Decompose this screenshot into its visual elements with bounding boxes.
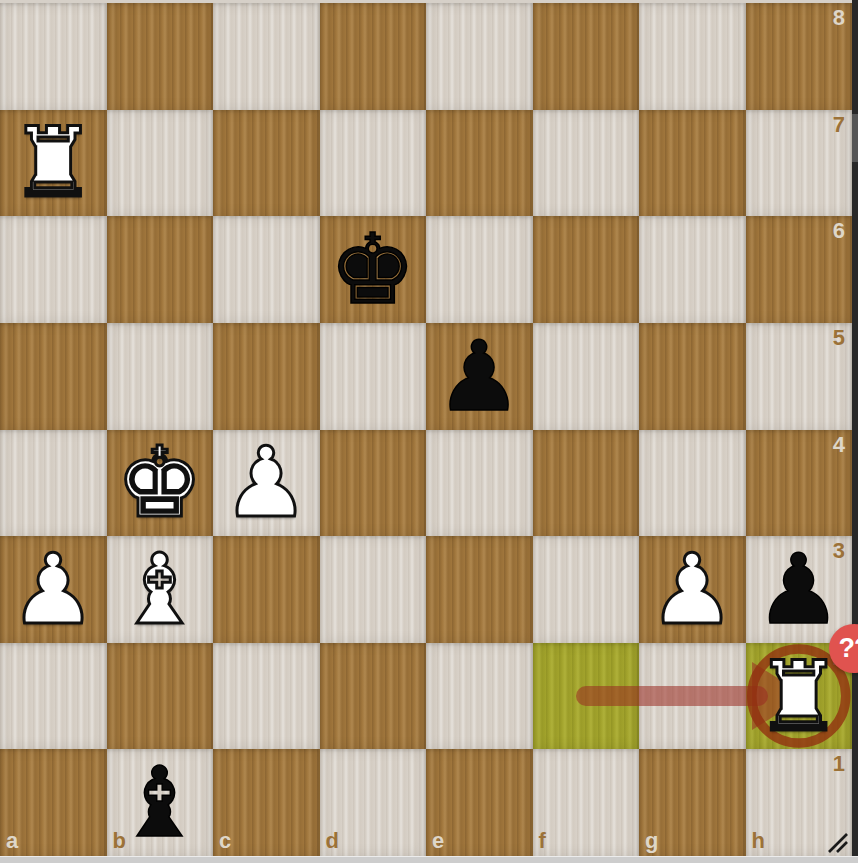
square-g8[interactable] (639, 3, 746, 110)
square-c6[interactable] (213, 216, 320, 323)
square-e1[interactable]: e (426, 749, 533, 856)
square-f8[interactable] (533, 3, 640, 110)
file-label-d: d (326, 830, 339, 852)
square-a5[interactable] (0, 323, 107, 430)
square-c3[interactable] (213, 536, 320, 643)
piece-black-pawn[interactable]: ♟ (746, 536, 853, 643)
square-h5[interactable]: 5 (746, 323, 853, 430)
board-resize-handle-icon[interactable] (826, 831, 850, 855)
scrollbar-thumb[interactable] (852, 114, 858, 162)
square-g5[interactable] (639, 323, 746, 430)
square-f7[interactable] (533, 110, 640, 217)
piece-white-pawn[interactable]: ♟ (213, 430, 320, 537)
file-label-f: f (539, 830, 546, 852)
square-b2[interactable] (107, 643, 214, 750)
square-d3[interactable] (320, 536, 427, 643)
file-label-e: e (432, 830, 444, 852)
square-g4[interactable] (639, 430, 746, 537)
square-b8[interactable] (107, 3, 214, 110)
file-label-a: a (6, 830, 18, 852)
square-f5[interactable] (533, 323, 640, 430)
file-label-g: g (645, 830, 658, 852)
file-label-h: h (752, 830, 765, 852)
piece-black-pawn[interactable]: ♟ (426, 323, 533, 430)
square-b7[interactable] (107, 110, 214, 217)
rank-label-6: 6 (833, 220, 845, 242)
file-label-c: c (219, 830, 231, 852)
rank-label-5: 5 (833, 327, 845, 349)
square-h6[interactable]: 6 (746, 216, 853, 323)
piece-white-pawn[interactable]: ♟ (639, 536, 746, 643)
square-e2[interactable] (426, 643, 533, 750)
square-e7[interactable] (426, 110, 533, 217)
square-e3[interactable] (426, 536, 533, 643)
rank-label-1: 1 (833, 753, 845, 775)
square-f1[interactable]: f (533, 749, 640, 856)
square-h4[interactable]: 4 (746, 430, 853, 537)
square-a6[interactable] (0, 216, 107, 323)
square-g1[interactable]: g (639, 749, 746, 856)
square-e6[interactable] (426, 216, 533, 323)
square-a8[interactable] (0, 3, 107, 110)
square-a1[interactable]: a (0, 749, 107, 856)
piece-white-pawn[interactable]: ♟ (0, 536, 107, 643)
square-c5[interactable] (213, 323, 320, 430)
square-b6[interactable] (107, 216, 214, 323)
square-g7[interactable] (639, 110, 746, 217)
square-d5[interactable] (320, 323, 427, 430)
square-d2[interactable] (320, 643, 427, 750)
square-a2[interactable] (0, 643, 107, 750)
square-f2[interactable] (533, 643, 640, 750)
square-f4[interactable] (533, 430, 640, 537)
square-c2[interactable] (213, 643, 320, 750)
page-background-strip-bottom (0, 856, 858, 863)
rank-label-8: 8 (833, 7, 845, 29)
square-f3[interactable] (533, 536, 640, 643)
square-h8[interactable]: 8 (746, 3, 853, 110)
rank-label-4: 4 (833, 434, 845, 456)
scrollbar-vertical[interactable] (852, 0, 858, 856)
square-g6[interactable] (639, 216, 746, 323)
analysis-board-page: 8765432abcdefgh1 ♜♚♟♚♟♟♝♟♟♜♝ ?? (0, 0, 858, 863)
piece-white-bishop[interactable]: ♝ (107, 536, 214, 643)
square-c1[interactable]: c (213, 749, 320, 856)
square-c8[interactable] (213, 3, 320, 110)
piece-black-king[interactable]: ♚ (320, 216, 427, 323)
piece-white-rook[interactable]: ♜ (0, 110, 107, 217)
square-e4[interactable] (426, 430, 533, 537)
square-c7[interactable] (213, 110, 320, 217)
rank-label-7: 7 (833, 114, 845, 136)
square-g2[interactable] (639, 643, 746, 750)
square-d4[interactable] (320, 430, 427, 537)
square-d8[interactable] (320, 3, 427, 110)
piece-white-king[interactable]: ♚ (107, 430, 214, 537)
square-h7[interactable]: 7 (746, 110, 853, 217)
square-e8[interactable] (426, 3, 533, 110)
square-d7[interactable] (320, 110, 427, 217)
square-f6[interactable] (533, 216, 640, 323)
piece-black-bishop[interactable]: ♝ (107, 749, 214, 856)
square-a4[interactable] (0, 430, 107, 537)
square-d1[interactable]: d (320, 749, 427, 856)
square-b5[interactable] (107, 323, 214, 430)
